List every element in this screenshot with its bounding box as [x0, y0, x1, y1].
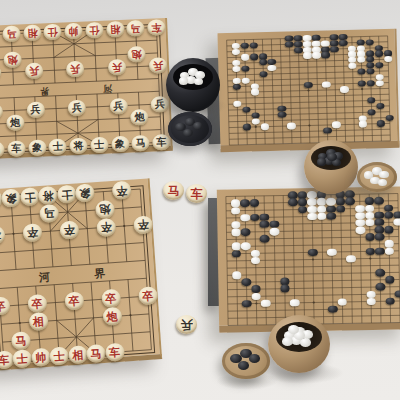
go-stone-white [379, 171, 389, 178]
go-stone-white [194, 78, 204, 85]
go-bowl-lid-white-stones[interactable] [357, 162, 397, 192]
go-stone-white[interactable] [232, 48, 241, 54]
go-stone-black[interactable] [374, 197, 384, 205]
go-stone-white [179, 77, 189, 84]
go-stone-white[interactable] [260, 123, 269, 129]
go-stone-white[interactable] [303, 52, 312, 58]
go-stone-black[interactable] [242, 124, 251, 130]
go-stone-black[interactable] [384, 226, 394, 234]
go-stone-white[interactable] [232, 77, 241, 83]
go-stone-black[interactable] [377, 120, 386, 126]
go-stone-white[interactable] [232, 271, 242, 279]
xiangqi-piece-black[interactable]: 象 [111, 136, 130, 153]
go-bowl-lid-black-stones-2[interactable] [222, 343, 270, 379]
go-stone-white[interactable] [322, 81, 331, 87]
go-stone-black[interactable] [365, 233, 375, 241]
go-stone-black[interactable] [375, 233, 385, 241]
go-stone-white[interactable] [327, 248, 337, 256]
go-stone-black[interactable] [339, 40, 348, 46]
go-stone-white[interactable] [287, 123, 296, 129]
go-stone-black[interactable] [241, 228, 251, 236]
go-stone-white[interactable] [355, 226, 365, 234]
go-stone-black[interactable] [385, 276, 395, 284]
go-stone-black[interactable] [321, 52, 330, 58]
go-board-top[interactable] [217, 29, 399, 153]
go-stone-black[interactable] [376, 283, 386, 291]
go-stone-black[interactable] [375, 247, 385, 255]
xiangqi-piece-red[interactable]: 炮 [3, 51, 22, 68]
loose-xiangqi-piece-horse[interactable]: 马 [163, 181, 184, 200]
go-stone-black[interactable] [242, 278, 252, 286]
go-stone-black[interactable] [232, 83, 241, 89]
go-bowl-wood-with-white-stones[interactable] [268, 315, 330, 373]
scene: 界河车马相仕帅仕相马车炮炮兵兵兵兵兵兵兵兵兵兵炮炮马车象士将士象马车 河界车象士… [0, 0, 400, 400]
go-stone-white[interactable] [269, 228, 279, 236]
go-stone-black[interactable] [294, 47, 303, 53]
go-stone-white[interactable] [290, 299, 300, 307]
go-stone-black[interactable] [278, 111, 287, 117]
xiangqi-piece-black[interactable]: 兵 [109, 97, 128, 114]
go-stone-black[interactable] [285, 41, 294, 47]
go-stone-black[interactable] [375, 50, 384, 56]
xiangqi-piece-red[interactable]: 相 [106, 21, 125, 38]
go-stone-black[interactable] [280, 285, 290, 293]
go-stone-black[interactable] [385, 114, 394, 120]
go-stone-black[interactable] [240, 42, 249, 48]
go-stone-white[interactable] [307, 213, 317, 221]
go-bowl-wood-with-black-stones[interactable] [304, 140, 358, 194]
xiangqi-piece-red: 车 [186, 184, 207, 203]
xiangqi-piece-black[interactable]: 兵 [26, 101, 45, 118]
go-stone-white[interactable] [241, 54, 250, 60]
go-stone-black [317, 158, 327, 165]
go-stone-black [249, 354, 261, 363]
go-stone-black [193, 122, 204, 130]
go-stone-black[interactable] [330, 46, 339, 52]
go-stone-white[interactable] [321, 40, 330, 46]
xiangqi-board-top[interactable]: 界河车马相仕帅仕相马车炮炮兵兵兵兵兵兵兵兵兵兵炮炮马车象士将士象马车 [0, 18, 173, 159]
go-stone-white[interactable] [359, 121, 368, 127]
xiangqi-piece-black[interactable]: 卒 [133, 215, 153, 234]
go-stone-white [282, 337, 293, 346]
go-board-bottom[interactable] [217, 186, 400, 332]
go-bowl-lid-black-stones[interactable] [168, 112, 212, 146]
xiangqi-piece-black: 兵 [176, 315, 197, 334]
river-label: 界 [94, 266, 106, 282]
go-stone-white[interactable] [241, 242, 251, 250]
go-stone-white[interactable] [384, 240, 394, 248]
go-stone-black[interactable] [365, 197, 375, 205]
go-stone-black[interactable] [260, 235, 270, 243]
go-stone-white[interactable] [231, 228, 241, 236]
bowl-opening [311, 146, 351, 170]
go-bowl-black-with-white-stones[interactable] [166, 58, 220, 112]
go-stone-black[interactable] [375, 269, 385, 277]
go-stone-black[interactable] [308, 248, 318, 256]
go-stone-white [378, 179, 388, 186]
go-stone-white[interactable] [251, 89, 260, 95]
bowl-opening [173, 64, 213, 90]
river-label: 河 [38, 270, 50, 286]
go-stone-white[interactable] [241, 77, 250, 83]
xiangqi-piece-red: 马 [163, 181, 184, 200]
go-stone-white[interactable] [251, 118, 260, 124]
go-stone-black[interactable] [250, 54, 259, 60]
loose-xiangqi-piece-chariot[interactable]: 车 [186, 184, 207, 203]
xiangqi-board-bottom[interactable]: 河界车象士将士象卒马炮卒卒卒卒卒卒卒卒卒卒相炮马车士帅士相马车 [0, 178, 162, 370]
go-stone-black[interactable] [288, 199, 298, 207]
go-stone-black[interactable] [395, 290, 400, 298]
go-stone-black [327, 153, 337, 160]
go-stone-white[interactable] [340, 86, 349, 92]
go-stone-white[interactable] [307, 198, 317, 206]
go-stone-white[interactable] [376, 80, 385, 86]
go-stone-black[interactable] [367, 80, 376, 86]
xiangqi-piece-red[interactable]: 相 [23, 24, 42, 41]
go-stone-white[interactable] [332, 122, 341, 128]
xiangqi-piece-black[interactable]: 象 [28, 139, 47, 156]
xiangqi-piece-black[interactable]: 卒 [59, 220, 79, 239]
loose-xiangqi-piece-soldier[interactable]: 兵 [176, 315, 197, 334]
go-stone-white[interactable] [312, 52, 321, 58]
bowl-opening [276, 322, 322, 352]
go-stone-black[interactable] [249, 42, 258, 48]
go-stone-black[interactable] [304, 81, 313, 87]
river-label: 河 [102, 81, 112, 94]
go-stone-black[interactable] [240, 199, 250, 207]
go-stone-white[interactable] [394, 218, 400, 226]
go-stone-black [183, 129, 194, 137]
xiangqi-piece-black[interactable]: 卒 [96, 218, 116, 237]
go-stone-black [238, 361, 250, 370]
river-label: 界 [40, 84, 50, 97]
